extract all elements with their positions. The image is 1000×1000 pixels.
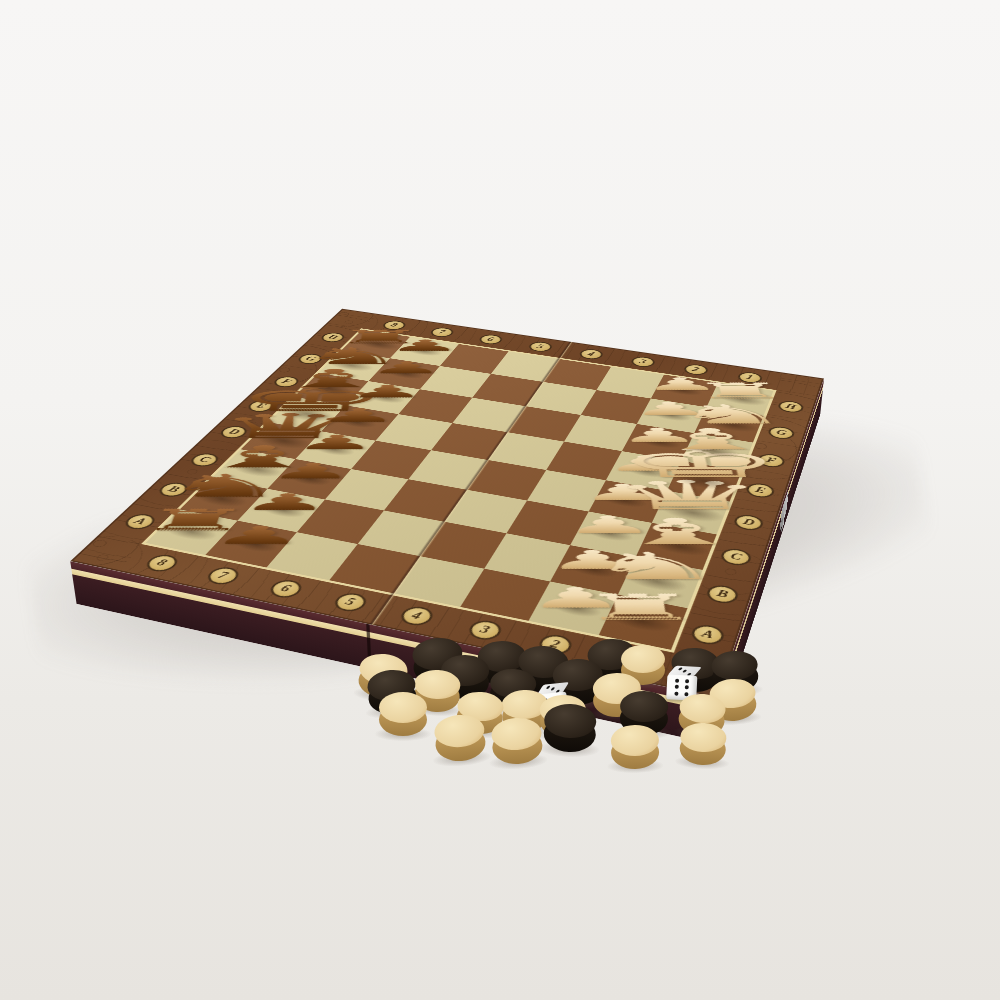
checker-piece-black[interactable] [543, 703, 597, 753]
checker-piece-cream[interactable] [433, 712, 487, 762]
die-pip [675, 678, 679, 682]
product-photo-stage: 88HH77GG66FF55EE44DD33CC22BB11AA ♜♞♝♛♚♝♞… [0, 0, 1000, 1000]
die-pip [682, 670, 687, 673]
checker-piece-cream[interactable] [679, 722, 727, 766]
checker-top [379, 692, 427, 723]
checker-top [544, 703, 597, 738]
checker-piece-cream[interactable] [490, 716, 543, 765]
checker-piece-cream[interactable] [611, 725, 660, 770]
die-pip [674, 685, 678, 689]
checker-piece-cream[interactable] [379, 692, 427, 736]
die-pip [674, 692, 678, 696]
die-pip [678, 667, 683, 670]
checkers-and-dice-pile [0, 0, 1000, 1000]
checker-top [621, 645, 665, 673]
die-pip [685, 679, 689, 683]
die-pip [685, 686, 689, 690]
die-pip [550, 687, 555, 691]
